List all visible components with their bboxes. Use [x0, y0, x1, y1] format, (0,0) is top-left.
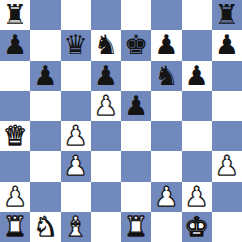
- square-h8[interactable]: ♜: [212, 0, 242, 30]
- piece-black-king[interactable]: ♚: [124, 30, 148, 60]
- square-b6[interactable]: ♟: [30, 61, 60, 91]
- piece-black-pawn[interactable]: ♟: [3, 30, 27, 60]
- square-g8[interactable]: [182, 0, 212, 30]
- square-b4[interactable]: [30, 121, 60, 151]
- square-a8[interactable]: ♜: [0, 0, 30, 30]
- square-e1[interactable]: ♜: [121, 212, 151, 242]
- square-a5[interactable]: [0, 91, 30, 121]
- square-b7[interactable]: [30, 30, 60, 60]
- square-c7[interactable]: ♛: [61, 30, 91, 60]
- piece-black-knight[interactable]: ♞: [94, 30, 118, 60]
- square-g2[interactable]: ♟: [182, 182, 212, 212]
- square-e5[interactable]: ♟: [121, 91, 151, 121]
- square-g4[interactable]: [182, 121, 212, 151]
- square-f7[interactable]: ♟: [151, 30, 181, 60]
- square-f1[interactable]: [151, 212, 181, 242]
- square-c8[interactable]: [61, 0, 91, 30]
- square-a3[interactable]: [0, 151, 30, 181]
- square-d8[interactable]: [91, 0, 121, 30]
- square-a4[interactable]: ♛: [0, 121, 30, 151]
- square-d7[interactable]: ♞: [91, 30, 121, 60]
- piece-black-pawn[interactable]: ♟: [124, 91, 148, 121]
- chessboard: ♜♜♟♛♞♚♟♟♟♟♞♟♟♟♛♟♟♟♟♟♟♜♞♝♜♚: [0, 0, 242, 242]
- square-c6[interactable]: [61, 61, 91, 91]
- square-f5[interactable]: [151, 91, 181, 121]
- square-b1[interactable]: ♞: [30, 212, 60, 242]
- square-b5[interactable]: [30, 91, 60, 121]
- square-d3[interactable]: [91, 151, 121, 181]
- piece-black-rook[interactable]: ♜: [3, 0, 27, 30]
- piece-white-rook[interactable]: ♜: [3, 212, 27, 242]
- square-a6[interactable]: [0, 61, 30, 91]
- square-c1[interactable]: ♝: [61, 212, 91, 242]
- square-f8[interactable]: [151, 0, 181, 30]
- piece-white-bishop[interactable]: ♝: [64, 212, 88, 242]
- square-e3[interactable]: [121, 151, 151, 181]
- square-f2[interactable]: ♟: [151, 182, 181, 212]
- square-d5[interactable]: ♟: [91, 91, 121, 121]
- piece-white-rook[interactable]: ♜: [124, 212, 148, 242]
- square-e7[interactable]: ♚: [121, 30, 151, 60]
- square-g6[interactable]: ♟: [182, 61, 212, 91]
- square-f6[interactable]: ♞: [151, 61, 181, 91]
- square-g1[interactable]: ♚: [182, 212, 212, 242]
- piece-black-pawn[interactable]: ♟: [94, 61, 118, 91]
- piece-white-queen[interactable]: ♛: [3, 121, 27, 151]
- square-h3[interactable]: ♟: [212, 151, 242, 181]
- square-d2[interactable]: [91, 182, 121, 212]
- square-e4[interactable]: [121, 121, 151, 151]
- square-h5[interactable]: [212, 91, 242, 121]
- square-f3[interactable]: [151, 151, 181, 181]
- piece-black-pawn[interactable]: ♟: [33, 61, 57, 91]
- square-h1[interactable]: [212, 212, 242, 242]
- square-a1[interactable]: ♜: [0, 212, 30, 242]
- chessboard-container: ♜♜♟♛♞♚♟♟♟♟♞♟♟♟♛♟♟♟♟♟♟♜♞♝♜♚: [0, 0, 242, 242]
- piece-white-pawn[interactable]: ♟: [185, 182, 209, 212]
- square-a2[interactable]: ♟: [0, 182, 30, 212]
- square-g5[interactable]: [182, 91, 212, 121]
- piece-black-pawn[interactable]: ♟: [185, 61, 209, 91]
- square-b2[interactable]: [30, 182, 60, 212]
- square-e8[interactable]: [121, 0, 151, 30]
- square-a7[interactable]: ♟: [0, 30, 30, 60]
- square-h6[interactable]: [212, 61, 242, 91]
- square-f4[interactable]: [151, 121, 181, 151]
- square-h7[interactable]: ♟: [212, 30, 242, 60]
- piece-black-pawn[interactable]: ♟: [215, 30, 239, 60]
- square-h4[interactable]: [212, 121, 242, 151]
- square-g3[interactable]: [182, 151, 212, 181]
- piece-white-king[interactable]: ♚: [185, 212, 209, 242]
- square-g7[interactable]: [182, 30, 212, 60]
- piece-white-knight[interactable]: ♞: [33, 212, 57, 242]
- square-d1[interactable]: [91, 212, 121, 242]
- square-c5[interactable]: [61, 91, 91, 121]
- piece-black-rook[interactable]: ♜: [215, 0, 239, 30]
- piece-black-queen[interactable]: ♛: [64, 30, 88, 60]
- piece-white-pawn[interactable]: ♟: [3, 182, 27, 212]
- piece-black-pawn[interactable]: ♟: [154, 30, 178, 60]
- square-e6[interactable]: [121, 61, 151, 91]
- piece-white-pawn[interactable]: ♟: [215, 151, 239, 181]
- square-d6[interactable]: ♟: [91, 61, 121, 91]
- square-b3[interactable]: [30, 151, 60, 181]
- square-c4[interactable]: ♟: [61, 121, 91, 151]
- square-b8[interactable]: [30, 0, 60, 30]
- piece-white-pawn[interactable]: ♟: [94, 91, 118, 121]
- square-c3[interactable]: ♟: [61, 151, 91, 181]
- piece-white-pawn[interactable]: ♟: [64, 121, 88, 151]
- square-h2[interactable]: [212, 182, 242, 212]
- piece-white-pawn[interactable]: ♟: [154, 182, 178, 212]
- piece-black-knight[interactable]: ♞: [154, 61, 178, 91]
- square-c2[interactable]: [61, 182, 91, 212]
- square-e2[interactable]: [121, 182, 151, 212]
- piece-white-pawn[interactable]: ♟: [64, 151, 88, 181]
- square-d4[interactable]: [91, 121, 121, 151]
